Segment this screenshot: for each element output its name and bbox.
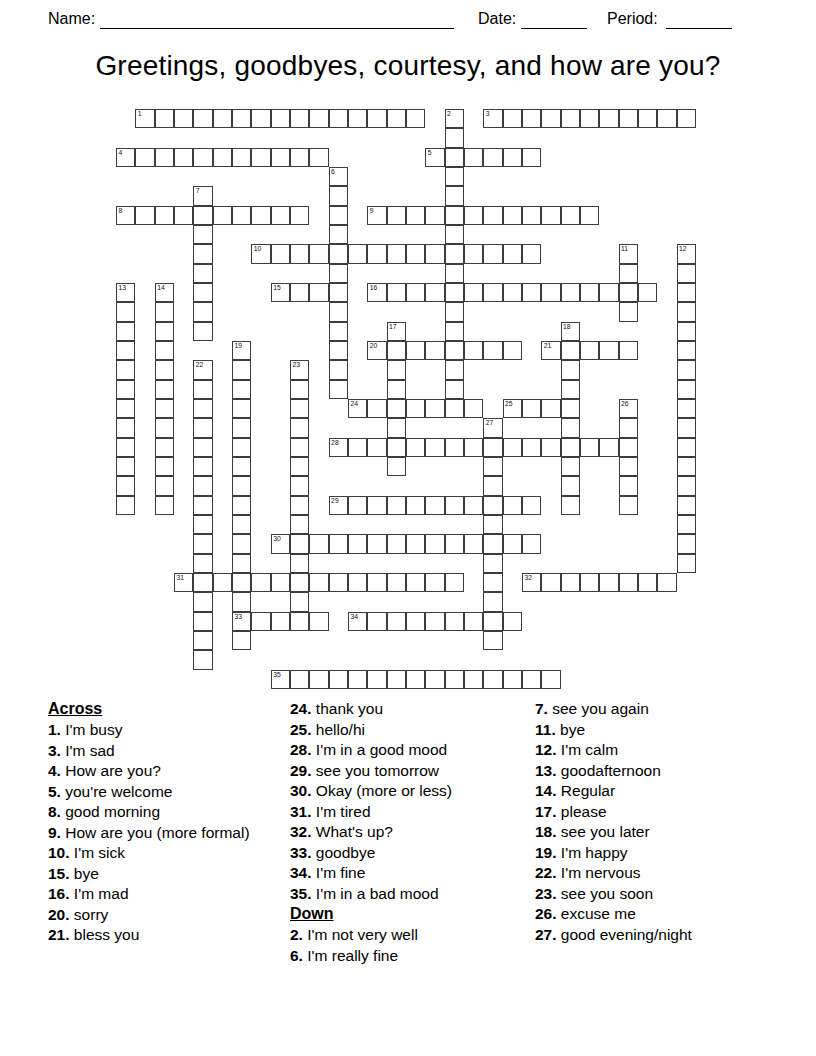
grid-cell[interactable] [348,438,367,457]
grid-cell[interactable] [309,148,328,167]
grid-cell[interactable] [329,534,348,553]
grid-cell[interactable] [329,109,348,128]
grid-cell[interactable] [483,438,502,457]
grid-cell[interactable] [677,322,696,341]
grid-cell[interactable] [135,206,154,225]
grid-cell[interactable] [329,302,348,321]
grid-cell[interactable] [561,573,580,592]
grid-cell[interactable] [155,206,174,225]
grid-cell[interactable] [232,206,251,225]
grid-cell[interactable] [367,534,386,553]
grid-cell[interactable] [503,612,522,631]
grid-cell[interactable] [232,148,251,167]
grid-cell[interactable] [561,457,580,476]
grid-cell[interactable] [348,534,367,553]
grid-cell[interactable] [232,476,251,495]
grid-cell[interactable]: 27 [483,418,502,437]
grid-cell[interactable] [561,341,580,360]
grid-cell[interactable] [116,360,135,379]
grid-cell[interactable]: 33 [232,612,251,631]
grid-cell[interactable] [387,612,406,631]
grid-cell[interactable] [677,399,696,418]
grid-cell[interactable] [464,244,483,263]
grid-cell[interactable] [213,206,232,225]
grid-cell[interactable]: 1 [135,109,154,128]
grid-cell[interactable] [367,399,386,418]
grid-cell[interactable] [580,206,599,225]
grid-cell[interactable] [155,341,174,360]
grid-cell[interactable] [425,670,444,689]
grid-cell[interactable] [329,380,348,399]
grid-cell[interactable] [367,109,386,128]
grid-cell[interactable] [348,109,367,128]
grid-cell[interactable] [193,592,212,611]
grid-cell[interactable] [619,496,638,515]
grid-cell[interactable] [290,457,309,476]
grid-cell[interactable] [561,476,580,495]
grid-cell[interactable] [677,554,696,573]
grid-cell[interactable] [464,283,483,302]
grid-cell[interactable] [425,438,444,457]
grid-cell[interactable]: 18 [561,322,580,341]
grid-cell[interactable] [580,283,599,302]
grid-cell[interactable] [232,534,251,553]
grid-cell[interactable] [232,592,251,611]
grid-cell[interactable] [193,418,212,437]
grid-cell[interactable] [483,515,502,534]
grid-cell[interactable] [193,206,212,225]
grid-cell[interactable] [677,438,696,457]
grid-cell[interactable] [580,341,599,360]
grid-cell[interactable]: 6 [329,167,348,186]
grid-cell[interactable] [290,399,309,418]
grid-cell[interactable] [232,554,251,573]
grid-cell[interactable] [561,380,580,399]
grid-cell[interactable] [348,573,367,592]
grid-cell[interactable]: 5 [425,148,444,167]
grid-cell[interactable] [193,148,212,167]
grid-cell[interactable]: 32 [522,573,541,592]
grid-cell[interactable] [193,244,212,263]
grid-cell[interactable] [522,534,541,553]
grid-cell[interactable]: 14 [155,283,174,302]
grid-cell[interactable] [309,534,328,553]
grid-cell[interactable]: 19 [232,341,251,360]
grid-cell[interactable] [677,515,696,534]
grid-cell[interactable] [193,612,212,631]
grid-cell[interactable] [387,109,406,128]
grid-cell[interactable] [406,244,425,263]
grid-cell[interactable]: 25 [503,399,522,418]
grid-cell[interactable] [522,206,541,225]
grid-cell[interactable] [193,476,212,495]
grid-cell[interactable] [464,438,483,457]
grid-cell[interactable] [155,476,174,495]
grid-cell[interactable] [348,670,367,689]
grid-cell[interactable] [155,496,174,515]
grid-cell[interactable] [619,573,638,592]
grid-cell[interactable] [445,302,464,321]
grid-cell[interactable]: 2 [445,109,464,128]
grid-cell[interactable] [406,283,425,302]
grid-cell[interactable] [483,244,502,263]
grid-cell[interactable] [309,244,328,263]
grid-cell[interactable] [503,341,522,360]
grid-cell[interactable] [193,225,212,244]
grid-cell[interactable] [387,283,406,302]
grid-cell[interactable] [464,534,483,553]
grid-cell[interactable] [193,380,212,399]
grid-cell[interactable] [541,399,560,418]
grid-cell[interactable] [155,399,174,418]
grid-cell[interactable] [155,380,174,399]
grid-cell[interactable] [290,670,309,689]
grid-cell[interactable] [677,457,696,476]
grid-cell[interactable] [599,109,618,128]
grid-cell[interactable] [638,573,657,592]
grid-cell[interactable] [503,283,522,302]
grid-cell[interactable] [657,573,676,592]
grid-cell[interactable] [387,341,406,360]
grid-cell[interactable] [580,109,599,128]
grid-cell[interactable]: 20 [367,341,386,360]
grid-cell[interactable] [599,438,618,457]
grid-cell[interactable] [406,206,425,225]
grid-cell[interactable] [677,360,696,379]
grid-cell[interactable] [193,438,212,457]
grid-cell[interactable] [677,476,696,495]
grid-cell[interactable] [232,631,251,650]
grid-cell[interactable] [541,438,560,457]
grid-cell[interactable] [232,399,251,418]
grid-cell[interactable] [483,612,502,631]
grid-cell[interactable] [503,148,522,167]
grid-cell[interactable] [406,438,425,457]
grid-cell[interactable] [561,109,580,128]
grid-cell[interactable] [329,244,348,263]
grid-cell[interactable] [290,573,309,592]
grid-cell[interactable] [445,496,464,515]
grid-cell[interactable] [619,438,638,457]
grid-cell[interactable] [213,148,232,167]
grid-cell[interactable] [599,341,618,360]
grid-cell[interactable] [387,670,406,689]
grid-cell[interactable] [116,399,135,418]
grid-cell[interactable]: 13 [116,283,135,302]
grid-cell[interactable] [503,109,522,128]
grid-cell[interactable]: 21 [541,341,560,360]
grid-cell[interactable]: 11 [619,244,638,263]
grid-cell[interactable] [193,109,212,128]
grid-cell[interactable] [174,148,193,167]
grid-cell[interactable] [367,612,386,631]
grid-cell[interactable]: 22 [193,360,212,379]
grid-cell[interactable] [638,283,657,302]
grid-cell[interactable] [329,573,348,592]
grid-cell[interactable]: 35 [271,670,290,689]
grid-cell[interactable] [522,438,541,457]
grid-cell[interactable]: 29 [329,496,348,515]
grid-cell[interactable] [387,206,406,225]
grid-cell[interactable] [155,360,174,379]
grid-cell[interactable]: 23 [290,360,309,379]
grid-cell[interactable] [193,302,212,321]
grid-cell[interactable] [445,206,464,225]
grid-cell[interactable] [406,109,425,128]
grid-cell[interactable] [445,380,464,399]
grid-cell[interactable] [445,128,464,147]
grid-cell[interactable] [193,457,212,476]
grid-cell[interactable] [155,438,174,457]
grid-cell[interactable] [464,399,483,418]
grid-cell[interactable] [309,109,328,128]
grid-cell[interactable] [232,515,251,534]
grid-cell[interactable] [522,283,541,302]
grid-cell[interactable] [290,592,309,611]
grid-cell[interactable] [503,244,522,263]
grid-cell[interactable] [193,631,212,650]
grid-cell[interactable] [522,148,541,167]
grid-cell[interactable] [522,670,541,689]
grid-cell[interactable] [290,438,309,457]
grid-cell[interactable] [116,302,135,321]
grid-cell[interactable] [580,438,599,457]
grid-cell[interactable] [309,283,328,302]
grid-cell[interactable] [309,670,328,689]
grid-cell[interactable] [677,380,696,399]
grid-cell[interactable] [290,418,309,437]
grid-cell[interactable] [503,534,522,553]
grid-cell[interactable] [232,380,251,399]
grid-cell[interactable] [290,148,309,167]
grid-cell[interactable]: 9 [367,206,386,225]
grid-cell[interactable] [580,573,599,592]
grid-cell[interactable] [445,341,464,360]
grid-cell[interactable]: 12 [677,244,696,263]
grid-cell[interactable] [445,148,464,167]
grid-cell[interactable] [561,418,580,437]
grid-cell[interactable] [445,225,464,244]
grid-cell[interactable] [271,148,290,167]
grid-cell[interactable] [193,264,212,283]
grid-cell[interactable] [329,225,348,244]
grid-cell[interactable] [251,148,270,167]
grid-cell[interactable] [464,496,483,515]
grid-cell[interactable] [406,341,425,360]
grid-cell[interactable]: 26 [619,399,638,418]
grid-cell[interactable] [541,206,560,225]
grid-cell[interactable]: 17 [387,322,406,341]
grid-cell[interactable] [193,573,212,592]
grid-cell[interactable] [445,186,464,205]
grid-cell[interactable] [677,109,696,128]
grid-cell[interactable] [193,515,212,534]
grid-cell[interactable] [174,109,193,128]
grid-cell[interactable]: 7 [193,186,212,205]
grid-cell[interactable] [483,283,502,302]
grid-cell[interactable] [464,612,483,631]
grid-cell[interactable] [155,148,174,167]
grid-cell[interactable] [561,206,580,225]
grid-cell[interactable] [155,302,174,321]
grid-cell[interactable]: 10 [251,244,270,263]
grid-cell[interactable] [406,534,425,553]
grid-cell[interactable] [193,322,212,341]
grid-cell[interactable] [290,476,309,495]
grid-cell[interactable] [483,592,502,611]
grid-cell[interactable] [290,206,309,225]
grid-cell[interactable] [561,399,580,418]
grid-cell[interactable] [483,476,502,495]
grid-cell[interactable] [677,264,696,283]
grid-cell[interactable] [464,341,483,360]
grid-cell[interactable] [619,341,638,360]
grid-cell[interactable] [561,283,580,302]
grid-cell[interactable] [445,244,464,263]
grid-cell[interactable] [367,438,386,457]
grid-cell[interactable] [406,573,425,592]
grid-cell[interactable] [116,438,135,457]
grid-cell[interactable] [251,109,270,128]
grid-cell[interactable] [406,670,425,689]
grid-cell[interactable]: 15 [271,283,290,302]
grid-cell[interactable] [541,670,560,689]
grid-cell[interactable] [445,573,464,592]
grid-cell[interactable] [503,438,522,457]
grid-cell[interactable]: 34 [348,612,367,631]
grid-cell[interactable] [387,244,406,263]
grid-cell[interactable] [290,534,309,553]
grid-cell[interactable]: 31 [174,573,193,592]
grid-cell[interactable] [483,148,502,167]
grid-cell[interactable] [116,457,135,476]
grid-cell[interactable] [116,380,135,399]
grid-cell[interactable] [406,399,425,418]
grid-cell[interactable] [425,496,444,515]
grid-cell[interactable] [271,206,290,225]
grid-cell[interactable] [483,631,502,650]
grid-cell[interactable] [619,476,638,495]
grid-cell[interactable] [677,496,696,515]
grid-cell[interactable] [541,573,560,592]
grid-cell[interactable] [290,244,309,263]
grid-cell[interactable] [561,438,580,457]
grid-cell[interactable] [619,283,638,302]
grid-cell[interactable] [387,573,406,592]
grid-cell[interactable] [445,283,464,302]
grid-cell[interactable] [445,360,464,379]
grid-cell[interactable] [483,670,502,689]
grid-cell[interactable] [367,670,386,689]
grid-cell[interactable] [329,360,348,379]
grid-cell[interactable] [367,244,386,263]
grid-cell[interactable] [445,399,464,418]
grid-cell[interactable] [677,534,696,553]
grid-cell[interactable]: 24 [348,399,367,418]
grid-cell[interactable] [387,457,406,476]
grid-cell[interactable] [251,573,270,592]
grid-cell[interactable] [406,612,425,631]
grid-cell[interactable] [425,534,444,553]
grid-cell[interactable] [232,457,251,476]
grid-cell[interactable] [232,438,251,457]
grid-cell[interactable] [445,167,464,186]
grid-cell[interactable] [445,612,464,631]
grid-cell[interactable] [445,264,464,283]
grid-cell[interactable]: 16 [367,283,386,302]
grid-cell[interactable]: 3 [483,109,502,128]
grid-cell[interactable] [329,186,348,205]
grid-cell[interactable] [541,283,560,302]
grid-cell[interactable] [445,534,464,553]
grid-cell[interactable] [483,534,502,553]
grid-cell[interactable] [445,322,464,341]
grid-cell[interactable] [232,496,251,515]
grid-cell[interactable] [116,496,135,515]
grid-cell[interactable] [599,283,618,302]
grid-cell[interactable] [503,670,522,689]
grid-cell[interactable] [290,612,309,631]
grid-cell[interactable] [290,109,309,128]
grid-cell[interactable] [503,206,522,225]
grid-cell[interactable] [193,399,212,418]
grid-cell[interactable] [290,283,309,302]
grid-cell[interactable] [193,554,212,573]
grid-cell[interactable]: 28 [329,438,348,457]
grid-cell[interactable] [232,360,251,379]
grid-cell[interactable] [561,360,580,379]
grid-cell[interactable] [425,206,444,225]
grid-cell[interactable] [193,283,212,302]
grid-cell[interactable] [619,264,638,283]
grid-cell[interactable] [483,496,502,515]
grid-cell[interactable] [425,341,444,360]
grid-cell[interactable] [522,399,541,418]
grid-cell[interactable] [155,457,174,476]
grid-cell[interactable] [193,650,212,669]
grid-cell[interactable] [483,457,502,476]
grid-cell[interactable] [193,534,212,553]
grid-cell[interactable] [619,457,638,476]
grid-cell[interactable] [387,360,406,379]
grid-cell[interactable] [309,573,328,592]
grid-cell[interactable] [290,515,309,534]
grid-cell[interactable]: 30 [271,534,290,553]
grid-cell[interactable] [213,109,232,128]
grid-cell[interactable] [193,496,212,515]
grid-cell[interactable] [309,612,328,631]
grid-cell[interactable] [561,496,580,515]
grid-cell[interactable] [638,109,657,128]
grid-cell[interactable] [329,670,348,689]
grid-cell[interactable] [135,148,154,167]
grid-cell[interactable] [329,322,348,341]
grid-cell[interactable] [348,244,367,263]
grid-cell[interactable] [599,573,618,592]
grid-cell[interactable] [367,496,386,515]
grid-cell[interactable] [387,418,406,437]
grid-cell[interactable] [213,573,232,592]
grid-cell[interactable] [425,244,444,263]
grid-cell[interactable] [116,322,135,341]
grid-cell[interactable] [271,109,290,128]
grid-cell[interactable] [271,573,290,592]
grid-cell[interactable] [483,554,502,573]
grid-cell[interactable] [155,109,174,128]
grid-cell[interactable] [445,438,464,457]
grid-cell[interactable] [464,670,483,689]
grid-cell[interactable] [348,496,367,515]
